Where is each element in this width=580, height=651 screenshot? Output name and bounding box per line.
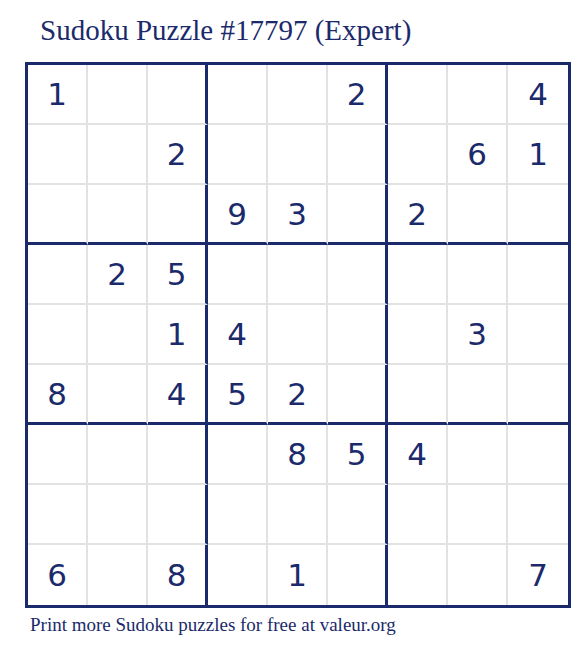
sudoku-cell-r1c6[interactable]: 2 (328, 65, 388, 125)
sudoku-cell-r7c8[interactable] (448, 425, 508, 485)
sudoku-cell-r2c9[interactable]: 1 (508, 125, 568, 185)
sudoku-cell-r8c7[interactable] (388, 485, 448, 545)
sudoku-cell-r7c5[interactable]: 8 (268, 425, 328, 485)
sudoku-cell-r8c4[interactable] (208, 485, 268, 545)
sudoku-cell-r8c1[interactable] (28, 485, 88, 545)
sudoku-cell-r6c6[interactable] (328, 365, 388, 425)
sudoku-cell-r9c2[interactable] (88, 545, 148, 605)
sudoku-cell-r5c6[interactable] (328, 305, 388, 365)
sudoku-cell-r2c8[interactable]: 6 (448, 125, 508, 185)
sudoku-grid: 1242619322514384528546817 (25, 62, 571, 608)
sudoku-cell-r3c8[interactable] (448, 185, 508, 245)
sudoku-cell-r8c3[interactable] (148, 485, 208, 545)
sudoku-cell-r2c2[interactable] (88, 125, 148, 185)
sudoku-cell-r8c6[interactable] (328, 485, 388, 545)
sudoku-cell-r6c4[interactable]: 5 (208, 365, 268, 425)
sudoku-cell-r7c3[interactable] (148, 425, 208, 485)
sudoku-cell-r6c7[interactable] (388, 365, 448, 425)
sudoku-cell-r1c1[interactable]: 1 (28, 65, 88, 125)
sudoku-cell-r9c1[interactable]: 6 (28, 545, 88, 605)
sudoku-cell-r4c8[interactable] (448, 245, 508, 305)
sudoku-cell-r5c9[interactable] (508, 305, 568, 365)
sudoku-cell-r2c3[interactable]: 2 (148, 125, 208, 185)
sudoku-cell-r8c2[interactable] (88, 485, 148, 545)
sudoku-cell-r3c2[interactable] (88, 185, 148, 245)
sudoku-cell-r8c8[interactable] (448, 485, 508, 545)
page-root: Sudoku Puzzle #17797 (Expert) 1242619322… (0, 0, 580, 651)
sudoku-cell-r3c3[interactable] (148, 185, 208, 245)
sudoku-cell-r4c7[interactable] (388, 245, 448, 305)
sudoku-cell-r5c5[interactable] (268, 305, 328, 365)
sudoku-cell-r5c8[interactable]: 3 (448, 305, 508, 365)
sudoku-cell-r7c4[interactable] (208, 425, 268, 485)
sudoku-cell-r2c1[interactable] (28, 125, 88, 185)
sudoku-cell-r3c7[interactable]: 2 (388, 185, 448, 245)
sudoku-cell-r6c8[interactable] (448, 365, 508, 425)
sudoku-cell-r5c4[interactable]: 4 (208, 305, 268, 365)
sudoku-cell-r9c8[interactable] (448, 545, 508, 605)
sudoku-cell-r6c9[interactable] (508, 365, 568, 425)
sudoku-cell-r7c2[interactable] (88, 425, 148, 485)
sudoku-cell-r6c5[interactable]: 2 (268, 365, 328, 425)
sudoku-cell-r3c5[interactable]: 3 (268, 185, 328, 245)
sudoku-cell-r4c3[interactable]: 5 (148, 245, 208, 305)
sudoku-cell-r2c5[interactable] (268, 125, 328, 185)
sudoku-cell-r5c3[interactable]: 1 (148, 305, 208, 365)
sudoku-cell-r1c8[interactable] (448, 65, 508, 125)
sudoku-cell-r1c7[interactable] (388, 65, 448, 125)
sudoku-cell-r9c9[interactable]: 7 (508, 545, 568, 605)
sudoku-cell-r3c4[interactable]: 9 (208, 185, 268, 245)
sudoku-cell-r9c6[interactable] (328, 545, 388, 605)
sudoku-cell-r7c1[interactable] (28, 425, 88, 485)
puzzle-title: Sudoku Puzzle #17797 (Expert) (40, 14, 411, 47)
sudoku-cell-r4c9[interactable] (508, 245, 568, 305)
sudoku-cell-r4c1[interactable] (28, 245, 88, 305)
sudoku-cell-r6c2[interactable] (88, 365, 148, 425)
sudoku-cell-r3c9[interactable] (508, 185, 568, 245)
sudoku-cell-r7c9[interactable] (508, 425, 568, 485)
sudoku-cell-r4c4[interactable] (208, 245, 268, 305)
sudoku-cell-r5c2[interactable] (88, 305, 148, 365)
sudoku-cell-r9c4[interactable] (208, 545, 268, 605)
sudoku-cell-r5c7[interactable] (388, 305, 448, 365)
sudoku-cell-r8c9[interactable] (508, 485, 568, 545)
sudoku-cell-r4c2[interactable]: 2 (88, 245, 148, 305)
sudoku-cell-r9c3[interactable]: 8 (148, 545, 208, 605)
sudoku-cell-r1c2[interactable] (88, 65, 148, 125)
sudoku-cell-r2c7[interactable] (388, 125, 448, 185)
sudoku-cell-r3c1[interactable] (28, 185, 88, 245)
sudoku-cell-r4c6[interactable] (328, 245, 388, 305)
sudoku-cell-r1c5[interactable] (268, 65, 328, 125)
sudoku-cell-r6c3[interactable]: 4 (148, 365, 208, 425)
sudoku-cell-r1c9[interactable]: 4 (508, 65, 568, 125)
sudoku-cell-r6c1[interactable]: 8 (28, 365, 88, 425)
sudoku-cell-r4c5[interactable] (268, 245, 328, 305)
sudoku-cell-r7c6[interactable]: 5 (328, 425, 388, 485)
sudoku-cell-r3c6[interactable] (328, 185, 388, 245)
sudoku-cell-r8c5[interactable] (268, 485, 328, 545)
sudoku-cell-r2c4[interactable] (208, 125, 268, 185)
sudoku-cell-r1c4[interactable] (208, 65, 268, 125)
sudoku-cell-r7c7[interactable]: 4 (388, 425, 448, 485)
sudoku-cell-r5c1[interactable] (28, 305, 88, 365)
sudoku-cell-r9c7[interactable] (388, 545, 448, 605)
sudoku-cell-r9c5[interactable]: 1 (268, 545, 328, 605)
footer-text: Print more Sudoku puzzles for free at va… (30, 614, 396, 636)
sudoku-cell-r1c3[interactable] (148, 65, 208, 125)
sudoku-cell-r2c6[interactable] (328, 125, 388, 185)
